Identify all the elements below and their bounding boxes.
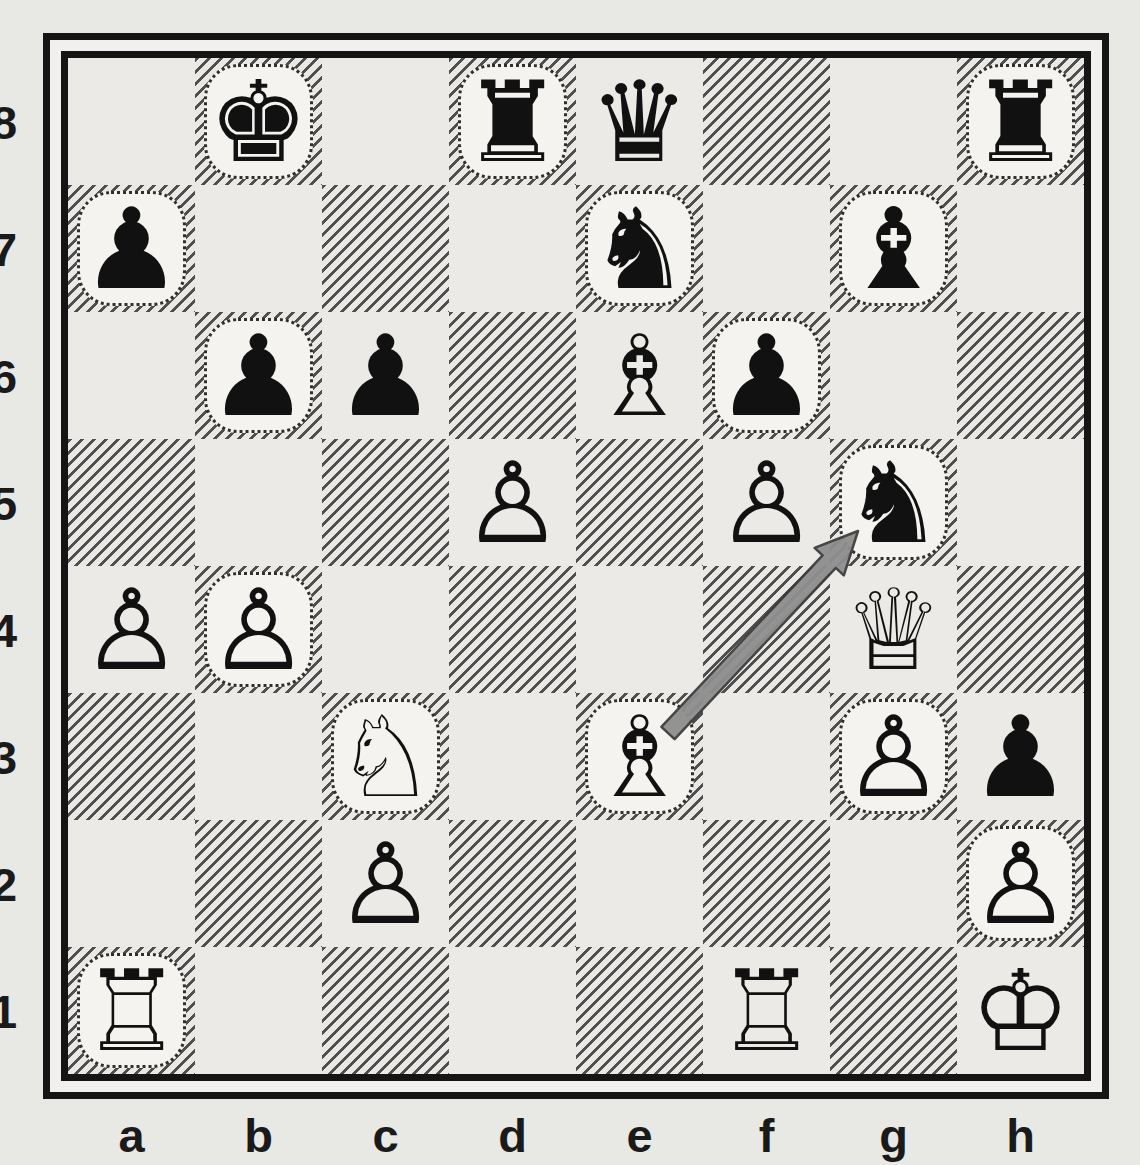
square-c7 — [322, 185, 449, 312]
square-d6 — [449, 312, 576, 439]
square-f4 — [703, 566, 830, 693]
black-pawn-c6: ♟ — [322, 312, 449, 439]
square-c5 — [322, 439, 449, 566]
white-pawn-b4: ♙ — [195, 566, 322, 693]
black-pawn-b6: ♟ — [195, 312, 322, 439]
chess-board: ♚♜♛♜♟♞♝♟♟♗♟♙♙♞♙♙♕♘♗♙♟♙♙♖♖♔ — [61, 51, 1091, 1081]
white-queen-g4: ♕ — [830, 566, 957, 693]
black-rook-h8: ♜ — [957, 58, 1084, 185]
square-h8: ♜ — [957, 58, 1084, 185]
square-g4: ♕ — [830, 566, 957, 693]
square-g6 — [830, 312, 957, 439]
square-h5 — [957, 439, 1084, 566]
square-e7: ♞ — [576, 185, 703, 312]
square-a8 — [68, 58, 195, 185]
square-h7 — [957, 185, 1084, 312]
square-g5: ♞ — [830, 439, 957, 566]
square-f6: ♟ — [703, 312, 830, 439]
square-b1 — [195, 947, 322, 1074]
square-e5 — [576, 439, 703, 566]
square-h1: ♔ — [957, 947, 1084, 1074]
black-knight-g5: ♞ — [830, 439, 957, 566]
square-h3: ♟ — [957, 693, 1084, 820]
square-f5: ♙ — [703, 439, 830, 566]
file-label-a: a — [100, 1110, 164, 1162]
file-label-b: b — [227, 1110, 291, 1162]
square-d8: ♜ — [449, 58, 576, 185]
chess-diagram-page: 87654321 ♚♜♛♜♟♞♝♟♟♗♟♙♙♞♙♙♕♘♗♙♟♙♙♖♖♔ abcd… — [0, 0, 1140, 1165]
square-g1 — [830, 947, 957, 1074]
square-e2 — [576, 820, 703, 947]
square-e4 — [576, 566, 703, 693]
white-pawn-f5: ♙ — [703, 439, 830, 566]
square-c4 — [322, 566, 449, 693]
square-f2 — [703, 820, 830, 947]
rank-label-1: 1 — [0, 986, 37, 1038]
square-h4 — [957, 566, 1084, 693]
rank-label-4: 4 — [0, 605, 37, 657]
square-c3: ♘ — [322, 693, 449, 820]
white-rook-f1: ♖ — [703, 947, 830, 1074]
square-a2 — [68, 820, 195, 947]
white-pawn-a4: ♙ — [68, 566, 195, 693]
white-rook-a1: ♖ — [68, 947, 195, 1074]
square-b3 — [195, 693, 322, 820]
white-pawn-g3: ♙ — [830, 693, 957, 820]
black-knight-e7: ♞ — [576, 185, 703, 312]
square-g2 — [830, 820, 957, 947]
square-g7: ♝ — [830, 185, 957, 312]
rank-label-5: 5 — [0, 478, 37, 530]
file-label-h: h — [989, 1110, 1053, 1162]
square-f8 — [703, 58, 830, 185]
black-rook-d8: ♜ — [449, 58, 576, 185]
square-d4 — [449, 566, 576, 693]
square-f3 — [703, 693, 830, 820]
file-label-e: e — [608, 1110, 672, 1162]
black-pawn-a7: ♟ — [68, 185, 195, 312]
rank-label-7: 7 — [0, 224, 37, 276]
square-e6: ♗ — [576, 312, 703, 439]
white-knight-c3: ♘ — [322, 693, 449, 820]
square-e1 — [576, 947, 703, 1074]
white-pawn-c2: ♙ — [322, 820, 449, 947]
square-h6 — [957, 312, 1084, 439]
board-grid: ♚♜♛♜♟♞♝♟♟♗♟♙♙♞♙♙♕♘♗♙♟♙♙♖♖♔ — [68, 58, 1084, 1074]
black-bishop-g7: ♝ — [830, 185, 957, 312]
file-label-f: f — [735, 1110, 799, 1162]
square-a4: ♙ — [68, 566, 195, 693]
white-bishop-e3: ♗ — [576, 693, 703, 820]
square-a7: ♟ — [68, 185, 195, 312]
square-h2: ♙ — [957, 820, 1084, 947]
square-e3: ♗ — [576, 693, 703, 820]
square-c1 — [322, 947, 449, 1074]
white-pawn-d5: ♙ — [449, 439, 576, 566]
black-queen-e8: ♛ — [576, 58, 703, 185]
black-king-b8: ♚ — [195, 58, 322, 185]
square-f1: ♖ — [703, 947, 830, 1074]
square-b5 — [195, 439, 322, 566]
square-c8 — [322, 58, 449, 185]
white-king-h1: ♔ — [957, 947, 1084, 1074]
square-a1: ♖ — [68, 947, 195, 1074]
black-pawn-h3: ♟ — [957, 693, 1084, 820]
square-d3 — [449, 693, 576, 820]
square-c6: ♟ — [322, 312, 449, 439]
square-d5: ♙ — [449, 439, 576, 566]
square-d1 — [449, 947, 576, 1074]
square-e8: ♛ — [576, 58, 703, 185]
square-g3: ♙ — [830, 693, 957, 820]
square-a6 — [68, 312, 195, 439]
square-f7 — [703, 185, 830, 312]
rank-label-8: 8 — [0, 97, 37, 149]
file-label-d: d — [481, 1110, 545, 1162]
square-a5 — [68, 439, 195, 566]
rank-label-2: 2 — [0, 859, 37, 911]
white-bishop-e6: ♗ — [576, 312, 703, 439]
file-label-g: g — [862, 1110, 926, 1162]
square-d2 — [449, 820, 576, 947]
black-pawn-f6: ♟ — [703, 312, 830, 439]
rank-label-3: 3 — [0, 732, 37, 784]
square-b8: ♚ — [195, 58, 322, 185]
square-b7 — [195, 185, 322, 312]
square-g8 — [830, 58, 957, 185]
square-b6: ♟ — [195, 312, 322, 439]
square-b4: ♙ — [195, 566, 322, 693]
chess-board-frame: ♚♜♛♜♟♞♝♟♟♗♟♙♙♞♙♙♕♘♗♙♟♙♙♖♖♔ — [43, 33, 1109, 1099]
white-pawn-h2: ♙ — [957, 820, 1084, 947]
file-label-c: c — [354, 1110, 418, 1162]
square-b2 — [195, 820, 322, 947]
square-c2: ♙ — [322, 820, 449, 947]
square-a3 — [68, 693, 195, 820]
square-d7 — [449, 185, 576, 312]
rank-label-6: 6 — [0, 351, 37, 403]
